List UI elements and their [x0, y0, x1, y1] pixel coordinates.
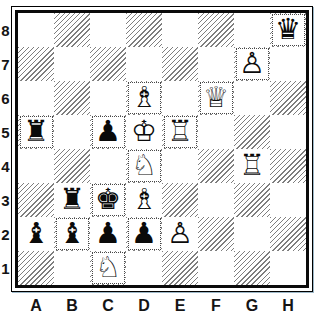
square-h8[interactable]: ♛ — [270, 13, 306, 47]
piece-halo: ♛ — [272, 14, 305, 46]
square-c7[interactable] — [90, 47, 126, 81]
file-label-h: H — [270, 294, 306, 318]
square-g5[interactable] — [234, 115, 270, 149]
white-knight: ♘ — [131, 150, 157, 180]
square-a7[interactable] — [18, 47, 54, 81]
piece-halo: ♖ — [237, 151, 268, 181]
white-bishop: ♗ — [131, 82, 157, 112]
rank-label-4: 4 — [0, 149, 11, 183]
board-frame: ♛♙♗♕♜♟♔♖♘♖♜♚♗♝♝♟♟♙♘ — [11, 6, 313, 292]
square-h4[interactable] — [270, 149, 306, 183]
square-f7[interactable] — [198, 47, 234, 81]
square-e6[interactable] — [162, 81, 198, 115]
piece-halo: ♜ — [57, 185, 88, 215]
black-pawn: ♟ — [95, 116, 121, 146]
piece-halo: ♝ — [21, 219, 52, 249]
rank-label-5: 5 — [0, 115, 11, 149]
chess-diagram: 87654321 ♛♙♗♕♜♟♔♖♘♖♜♚♗♝♝♟♟♙♘ ABCDEFGH — [0, 0, 314, 320]
black-king: ♚ — [95, 184, 121, 214]
square-g8[interactable] — [234, 13, 270, 47]
white-rook: ♖ — [167, 116, 193, 146]
square-a6[interactable] — [18, 81, 54, 115]
piece-halo: ♘ — [128, 150, 161, 182]
black-bishop: ♝ — [59, 218, 85, 248]
square-e1[interactable] — [162, 251, 198, 285]
black-pawn: ♟ — [95, 218, 121, 248]
square-e7[interactable] — [162, 47, 198, 81]
white-knight: ♘ — [95, 252, 121, 282]
black-bishop: ♝ — [23, 218, 49, 248]
square-d7[interactable] — [126, 47, 162, 81]
white-king: ♔ — [131, 116, 157, 146]
square-h7[interactable] — [270, 47, 306, 81]
square-e2[interactable]: ♙ — [162, 217, 198, 251]
piece-halo: ♙ — [165, 219, 196, 249]
square-d5[interactable]: ♔ — [126, 115, 162, 149]
piece-halo: ♖ — [164, 116, 197, 148]
piece-halo: ♔ — [129, 117, 160, 147]
square-b2[interactable]: ♝ — [54, 217, 90, 251]
square-c5[interactable]: ♟ — [90, 115, 126, 149]
square-c4[interactable] — [90, 149, 126, 183]
file-label-c: C — [90, 294, 126, 318]
file-label-f: F — [198, 294, 234, 318]
piece-halo: ♗ — [128, 82, 161, 114]
square-f2[interactable] — [198, 217, 234, 251]
white-queen: ♕ — [203, 82, 229, 112]
rank-label-2: 2 — [0, 217, 11, 251]
square-h5[interactable] — [270, 115, 306, 149]
square-a2[interactable]: ♝ — [18, 217, 54, 251]
white-rook: ♖ — [239, 150, 265, 180]
square-f5[interactable] — [198, 115, 234, 149]
file-label-d: D — [126, 294, 162, 318]
square-g7[interactable]: ♙ — [234, 47, 270, 81]
square-d4[interactable]: ♘ — [126, 149, 162, 183]
file-label-g: G — [234, 294, 270, 318]
piece-halo: ♟ — [128, 218, 161, 250]
square-b8[interactable] — [54, 13, 90, 47]
square-h6[interactable] — [270, 81, 306, 115]
square-f4[interactable] — [198, 149, 234, 183]
black-rook: ♜ — [59, 184, 85, 214]
square-f6[interactable]: ♕ — [198, 81, 234, 115]
chess-board: ♛♙♗♕♜♟♔♖♘♖♜♚♗♝♝♟♟♙♘ — [18, 13, 306, 285]
square-c3[interactable]: ♚ — [90, 183, 126, 217]
black-pawn: ♟ — [131, 218, 157, 248]
square-a4[interactable] — [18, 149, 54, 183]
square-d8[interactable] — [126, 13, 162, 47]
file-labels: ABCDEFGH — [18, 294, 306, 318]
square-c2[interactable]: ♟ — [90, 217, 126, 251]
black-rook: ♜ — [23, 116, 49, 146]
piece-halo: ♘ — [92, 252, 125, 284]
square-b1[interactable] — [54, 251, 90, 285]
square-b5[interactable] — [54, 115, 90, 149]
rank-label-1: 1 — [0, 251, 11, 285]
square-e8[interactable] — [162, 13, 198, 47]
file-label-e: E — [162, 294, 198, 318]
piece-halo: ♗ — [129, 185, 160, 215]
square-a1[interactable] — [18, 251, 54, 285]
square-g1[interactable] — [234, 251, 270, 285]
piece-halo: ♚ — [92, 184, 125, 216]
square-e3[interactable] — [162, 183, 198, 217]
white-pawn: ♙ — [239, 48, 265, 78]
piece-halo: ♕ — [200, 82, 233, 114]
square-h2[interactable] — [270, 217, 306, 251]
square-e4[interactable] — [162, 149, 198, 183]
piece-halo: ♝ — [56, 218, 89, 250]
square-a3[interactable] — [18, 183, 54, 217]
square-g4[interactable]: ♖ — [234, 149, 270, 183]
file-label-b: B — [54, 294, 90, 318]
piece-halo: ♟ — [92, 116, 125, 148]
white-pawn: ♙ — [167, 218, 193, 248]
square-g2[interactable] — [234, 217, 270, 251]
square-d1[interactable] — [126, 251, 162, 285]
square-f1[interactable] — [198, 251, 234, 285]
square-b4[interactable] — [54, 149, 90, 183]
square-d2[interactable]: ♟ — [126, 217, 162, 251]
rank-label-3: 3 — [0, 183, 11, 217]
square-a5[interactable]: ♜ — [18, 115, 54, 149]
piece-halo: ♟ — [93, 219, 124, 249]
square-d3[interactable]: ♗ — [126, 183, 162, 217]
square-d6[interactable]: ♗ — [126, 81, 162, 115]
square-c1[interactable]: ♘ — [90, 251, 126, 285]
square-g3[interactable] — [234, 183, 270, 217]
piece-halo: ♜ — [20, 116, 53, 148]
square-h3[interactable] — [270, 183, 306, 217]
square-g6[interactable] — [234, 81, 270, 115]
rank-label-7: 7 — [0, 47, 11, 81]
square-c6[interactable] — [90, 81, 126, 115]
square-f3[interactable] — [198, 183, 234, 217]
rank-labels: 87654321 — [0, 13, 11, 285]
rank-label-6: 6 — [0, 81, 11, 115]
square-e5[interactable]: ♖ — [162, 115, 198, 149]
square-b7[interactable] — [54, 47, 90, 81]
square-b6[interactable] — [54, 81, 90, 115]
rank-label-8: 8 — [0, 13, 11, 47]
file-label-a: A — [18, 294, 54, 318]
piece-halo: ♙ — [236, 48, 269, 80]
square-f8[interactable] — [198, 13, 234, 47]
square-b3[interactable]: ♜ — [54, 183, 90, 217]
board-border: ♛♙♗♕♜♟♔♖♘♖♜♚♗♝♝♟♟♙♘ — [15, 10, 309, 288]
white-bishop: ♗ — [131, 184, 157, 214]
square-c8[interactable] — [90, 13, 126, 47]
square-a8[interactable] — [18, 13, 54, 47]
square-h1[interactable] — [270, 251, 306, 285]
black-queen: ♛ — [275, 14, 301, 44]
